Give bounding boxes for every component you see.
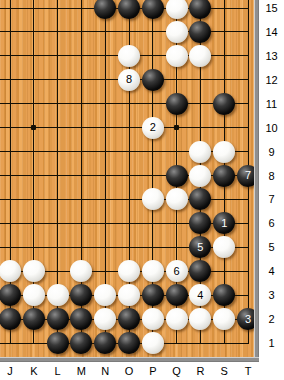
grid-line-row-5 [0,247,249,248]
stone-white-Q13 [166,45,188,67]
move-number-label: 8 [126,74,132,85]
move-number-label: 5 [197,242,203,253]
row-label-4: 4 [259,263,284,279]
stone-black-S3 [213,284,235,306]
row-label-7: 7 [259,191,284,207]
stone-white-R2 [189,308,211,330]
stone-black-M2 [70,308,92,330]
col-label-K: K [25,363,43,379]
stone-white-Q14 [166,21,188,43]
stone-white-P4 [142,260,164,282]
grid-line-row-10 [0,127,249,128]
stone-white-O4 [118,260,140,282]
grid-line-row-14 [0,31,249,32]
stone-white-R13 [189,45,211,67]
col-label-Q: Q [168,363,186,379]
stone-black-L2 [47,308,69,330]
stone-white-P1 [142,332,164,354]
col-label-J: J [1,363,19,379]
row-label-10: 10 [259,120,284,136]
move-number-label: 2 [150,122,156,133]
stone-white-N2 [94,308,116,330]
stone-black-R4 [189,260,211,282]
stone-white-P10-move-2: 2 [142,117,164,139]
stone-black-S8 [213,165,235,187]
col-label-P: P [144,363,162,379]
move-number-label: 7 [245,170,251,181]
stone-black-J3 [0,284,21,306]
row-label-13: 13 [259,48,284,64]
stone-white-J4 [0,260,21,282]
stone-white-P2 [142,308,164,330]
stone-black-Q3 [166,284,188,306]
grid-line-row-8 [0,175,249,176]
stone-black-M1 [70,332,92,354]
stone-black-T8-move-7: 7 [237,165,254,187]
stone-black-R7 [189,188,211,210]
col-label-O: O [120,363,138,379]
move-number-label: 6 [174,266,180,277]
stone-white-N3 [94,284,116,306]
stone-black-R6 [189,212,211,234]
stone-black-M3 [70,284,92,306]
stone-black-T2-move-3: 3 [237,308,254,330]
stone-white-O12-move-8: 8 [118,69,140,91]
bottom-divider-strip [0,357,259,362]
move-number-label: 3 [245,314,251,325]
col-label-L: L [49,363,67,379]
grid-line-row-7 [0,199,249,200]
stone-white-K4 [23,260,45,282]
move-number-label: 4 [197,290,203,301]
stone-black-O1 [118,332,140,354]
grid-line-row-6 [0,223,249,224]
stone-white-L3 [47,284,69,306]
stone-black-J2 [0,308,21,330]
stone-black-Q11 [166,93,188,115]
stone-white-Q4-move-6: 6 [166,260,188,282]
row-label-15: 15 [259,0,284,16]
row-label-14: 14 [259,24,284,40]
stone-white-Q7 [166,188,188,210]
stone-black-R14 [189,21,211,43]
row-label-12: 12 [259,72,284,88]
stone-black-R15 [189,0,211,19]
stone-white-O13 [118,45,140,67]
stone-white-R3-move-4: 4 [189,284,211,306]
goban[interactable]: 82715643 [0,0,254,357]
stone-black-N1 [94,332,116,354]
stone-black-P15 [142,0,164,19]
row-label-8: 8 [259,168,284,184]
star-point-K10 [31,125,36,130]
col-label-S: S [215,363,233,379]
stone-white-O3 [118,284,140,306]
stone-black-S6-move-1: 1 [213,212,235,234]
row-label-1: 1 [259,335,284,351]
stone-black-O15 [118,0,140,19]
col-label-M: M [72,363,90,379]
row-label-3: 3 [259,287,284,303]
row-label-6: 6 [259,215,284,231]
row-label-5: 5 [259,239,284,255]
stone-white-M4 [70,260,92,282]
move-number-label: 1 [221,218,227,229]
stone-black-P12 [142,69,164,91]
go-diagram: 82715643 151413121110987654321 JKLMNOPQR… [0,0,284,380]
stone-white-Q2 [166,308,188,330]
stone-black-P3 [142,284,164,306]
stone-black-Q8 [166,165,188,187]
grid-line-row-9 [0,151,249,152]
row-label-2: 2 [259,311,284,327]
stone-black-O2 [118,308,140,330]
col-label-T: T [239,363,257,379]
stone-white-S2 [213,308,235,330]
stone-white-R8 [189,165,211,187]
row-label-9: 9 [259,144,284,160]
stone-black-R5-move-5: 5 [189,236,211,258]
row-label-11: 11 [259,96,284,112]
col-label-R: R [191,363,209,379]
col-label-N: N [96,363,114,379]
stone-white-S9 [213,141,235,163]
grid-line-row-11 [0,103,249,104]
star-point-Q10 [174,125,179,130]
stone-white-Q15 [166,0,188,19]
stone-white-R9 [189,141,211,163]
stone-black-L1 [47,332,69,354]
stone-white-S5 [213,236,235,258]
stone-white-P7 [142,188,164,210]
stone-white-K3 [23,284,45,306]
stone-black-S11 [213,93,235,115]
stone-black-N15 [94,0,116,19]
stone-black-K2 [23,308,45,330]
